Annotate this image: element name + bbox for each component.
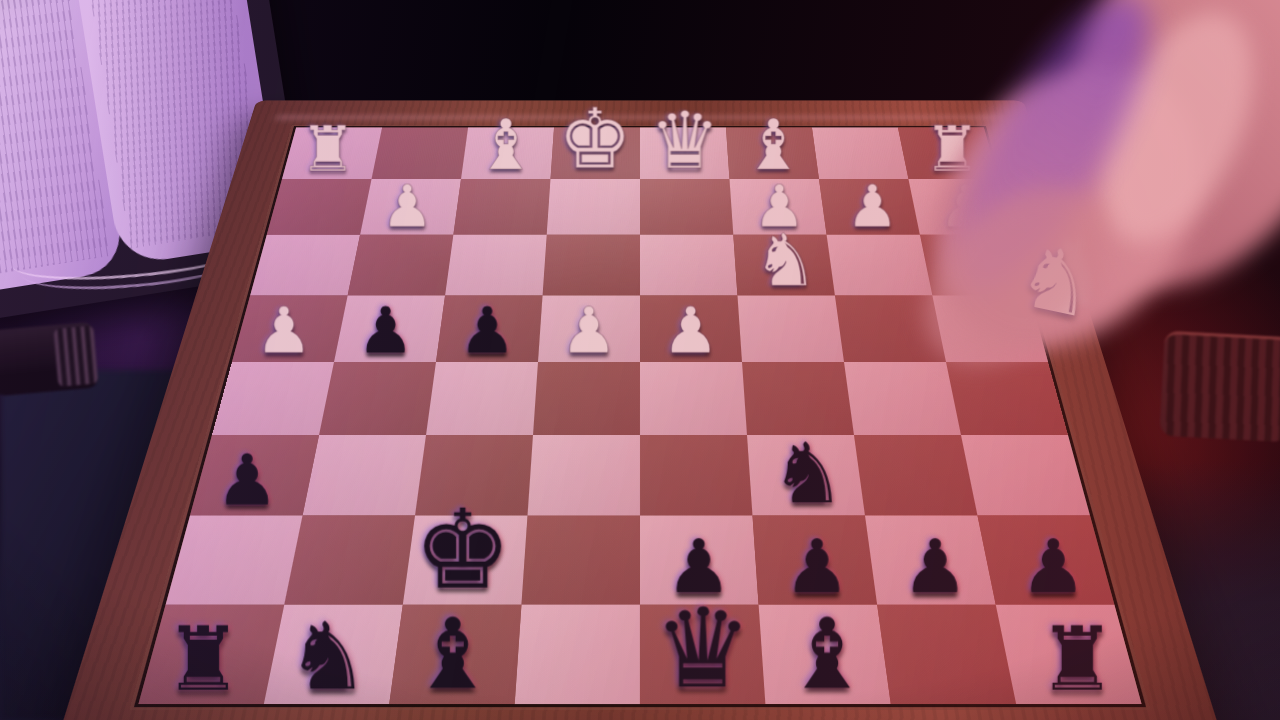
piece-white-pawn: ♟ [846,177,898,235]
piece-black-knight: ♞ [286,610,369,703]
board-grid: ♜♝♚♛♝♜♟♟♟♟♞♟♟♟♟♟♟♞♚♟♟♟♟♜♞♝♛♝♜ [138,127,1141,704]
square-b4 [835,296,946,362]
piece-white-queen: ♛ [649,102,720,181]
square-f5 [426,362,538,435]
piece-white-bishop: ♝ [475,110,538,180]
square-h2 [267,179,372,235]
piece-black-queen: ♛ [653,593,752,703]
square-g2: ♟ [360,179,461,235]
piece-black-rook: ♜ [1037,615,1116,703]
square-d2 [640,179,733,235]
square-b6 [854,435,977,515]
square-e3 [543,235,640,296]
square-f3 [445,235,547,296]
piece-white-pawn: ♟ [256,298,313,362]
piece-white-pawn: ♟ [662,298,719,362]
square-a5 [946,362,1068,435]
square-f1: ♝ [461,127,554,178]
square-c7: ♟ [752,515,877,604]
piece-black-rook: ♜ [164,615,243,703]
square-h7 [166,515,303,604]
piece-black-bishop: ♝ [409,605,497,703]
square-g7 [284,515,415,604]
square-c6: ♞ [747,435,865,515]
piece-white-pawn: ♟ [939,177,991,235]
piece-white-bishop: ♝ [742,110,805,180]
square-b5 [844,362,961,435]
square-a3 [920,235,1030,296]
square-e4: ♟ [538,296,640,362]
square-e8 [515,605,640,704]
piece-black-pawn: ♟ [902,530,968,604]
square-e2 [547,179,640,235]
square-e5 [533,362,640,435]
square-h3 [250,235,360,296]
square-a7: ♟ [977,515,1114,604]
piece-white-knight: ♞ [753,224,818,296]
square-c1: ♝ [726,127,819,178]
piece-black-knight: ♞ [771,432,846,515]
square-g8: ♞ [264,605,403,704]
piece-black-pawn: ♟ [459,298,516,362]
square-d6 [640,435,752,515]
flashlight-cylinder [0,322,99,397]
square-c8: ♝ [759,605,891,704]
square-g6 [303,435,426,515]
square-b8 [877,605,1016,704]
square-a8: ♜ [996,605,1142,704]
square-g1 [372,127,469,178]
square-d5 [640,362,747,435]
ribbed-object [1159,331,1280,443]
piece-white-pawn: ♟ [381,177,433,235]
square-b2: ♟ [819,179,920,235]
square-e7 [521,515,640,604]
square-b7: ♟ [865,515,996,604]
square-e1: ♚ [551,127,640,178]
square-h8: ♜ [138,605,284,704]
square-f2 [453,179,550,235]
square-h6: ♟ [190,435,319,515]
piece-white-rook: ♜ [924,117,980,180]
square-a2: ♟ [908,179,1013,235]
square-h5 [212,362,334,435]
square-d4: ♟ [640,296,742,362]
square-b3 [827,235,933,296]
piece-black-bishop: ♝ [783,605,871,703]
piece-white-pawn: ♟ [561,298,618,362]
piece-black-pawn: ♟ [1020,530,1086,604]
piece-black-pawn: ♟ [216,445,279,515]
photo-scene: ♜♝♚♛♝♜♟♟♟♟♞♟♟♟♟♟♟♞♚♟♟♟♟♜♞♝♛♝♜ ♞ ♞ [0,0,1280,720]
square-a1: ♜ [898,127,998,178]
square-f7: ♚ [403,515,528,604]
square-a6 [961,435,1090,515]
piece-black-king: ♚ [414,495,513,605]
square-f4: ♟ [436,296,543,362]
piece-white-rook: ♜ [300,117,356,180]
piece-black-pawn: ♟ [784,530,850,604]
square-d1: ♛ [640,127,729,178]
square-g5 [319,362,436,435]
square-e6 [528,435,640,515]
square-c4 [737,296,844,362]
piece-black-pawn: ♟ [357,298,414,362]
square-f8: ♝ [389,605,521,704]
square-h4: ♟ [232,296,348,362]
square-d8: ♛ [640,605,765,704]
square-c3: ♞ [733,235,835,296]
piece-white-king: ♚ [558,98,632,181]
board-frame: ♜♝♚♛♝♜♟♟♟♟♞♟♟♟♟♟♟♞♚♟♟♟♟♜♞♝♛♝♜ [49,100,1230,720]
square-g3 [348,235,454,296]
chessboard: ♜♝♚♛♝♜♟♟♟♟♞♟♟♟♟♟♟♞♚♟♟♟♟♜♞♝♛♝♜ [49,100,1230,720]
square-h1: ♜ [282,127,382,178]
square-g4: ♟ [334,296,445,362]
square-b1 [812,127,909,178]
square-d3 [640,235,737,296]
